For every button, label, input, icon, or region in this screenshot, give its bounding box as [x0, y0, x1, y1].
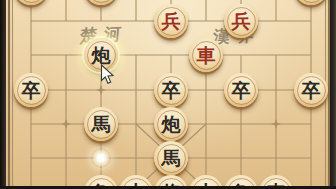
piece-character: 卒 — [22, 73, 41, 107]
piece-character: 車 — [197, 38, 216, 72]
black-horse-piece-f5r8[interactable]: 馬 — [154, 141, 188, 175]
black-horse-piece-f3r7[interactable]: 馬 — [84, 107, 118, 141]
black-pawn-piece-f7r6[interactable]: 卒 — [224, 73, 258, 107]
red-pawn-piece-f5r4[interactable]: 兵 — [154, 4, 188, 38]
red-pawn-piece-f1r3[interactable]: 兵 — [14, 0, 48, 5]
piece-character: 兵 — [302, 0, 321, 5]
red-pawn-piece-f9r3[interactable]: 兵 — [294, 0, 328, 5]
screen-edge-bottom — [0, 186, 336, 189]
piece-character: 兵 — [162, 4, 181, 38]
red-pawn-piece-f7r4[interactable]: 兵 — [224, 4, 258, 38]
black-pawn-piece-f9r6[interactable]: 卒 — [294, 73, 328, 107]
piece-character: 兵 — [232, 4, 251, 38]
piece-character: 兵 — [22, 0, 41, 5]
piece-character: 卒 — [162, 73, 181, 107]
mouse-cursor-icon — [100, 64, 115, 85]
red-pawn-piece-f3r3[interactable]: 兵 — [84, 0, 118, 5]
piece-character: 卒 — [302, 73, 321, 107]
piece-character: 兵 — [92, 0, 111, 5]
piece-character: 馬 — [92, 107, 111, 141]
xiangqi-board: 楚河 漢界 兵兵兵兵兵炮車卒卒卒卒馬炮馬象士将士象車 — [0, 0, 336, 189]
black-pawn-piece-f1r6[interactable]: 卒 — [14, 73, 48, 107]
pieces-layer: 兵兵兵兵兵炮車卒卒卒卒馬炮馬象士将士象車 — [0, 0, 336, 189]
piece-character: 炮 — [162, 107, 181, 141]
black-pawn-piece-f5r6[interactable]: 卒 — [154, 73, 188, 107]
screen-edge-left — [0, 0, 6, 189]
black-cannon-piece-f5r7[interactable]: 炮 — [154, 107, 188, 141]
piece-character: 卒 — [232, 73, 251, 107]
red-chariot-piece-f6r5[interactable]: 車 — [189, 38, 223, 72]
screen-edge-right — [330, 0, 336, 189]
piece-character: 馬 — [162, 141, 181, 175]
